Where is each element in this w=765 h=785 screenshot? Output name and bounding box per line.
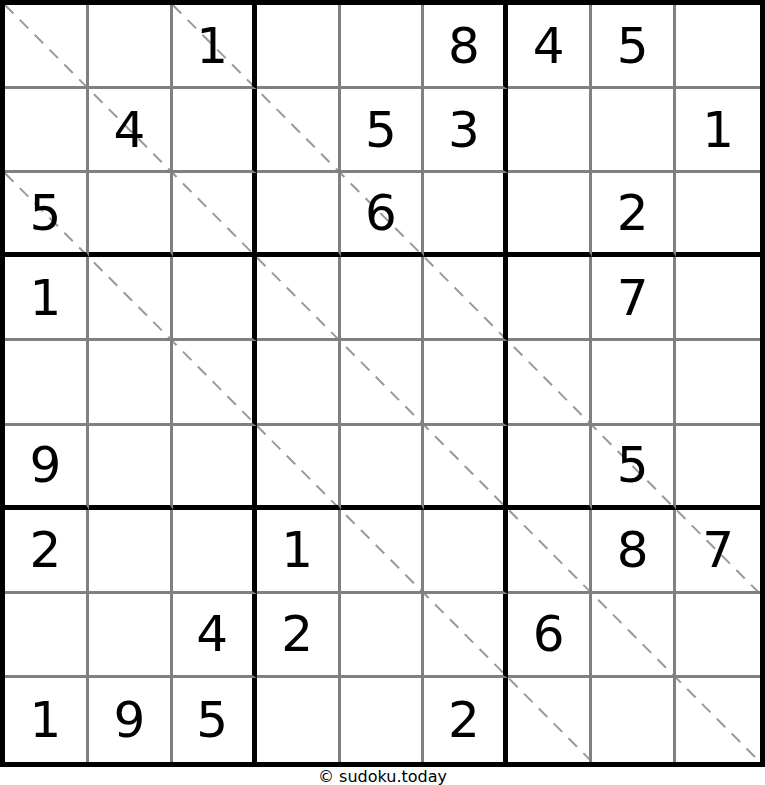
cell-r6c4[interactable] — [257, 426, 341, 510]
cell-r5c2[interactable] — [89, 341, 173, 425]
cell-r7c5[interactable] — [341, 510, 425, 594]
cell-r4c4[interactable] — [257, 257, 341, 341]
cell-r9c1[interactable]: 1 — [5, 678, 89, 762]
cell-r2c7[interactable] — [508, 89, 592, 173]
cell-r7c4[interactable]: 1 — [257, 510, 341, 594]
cell-r6c3[interactable] — [173, 426, 257, 510]
cell-r5c5[interactable] — [341, 341, 425, 425]
cell-r8c1[interactable] — [5, 594, 89, 678]
cell-r9c4[interactable] — [257, 678, 341, 762]
cell-r6c9[interactable] — [676, 426, 760, 510]
cell-r2c2[interactable]: 4 — [89, 89, 173, 173]
cell-r4c5[interactable] — [341, 257, 425, 341]
cell-r3c7[interactable] — [508, 173, 592, 257]
cell-r3c6[interactable] — [424, 173, 508, 257]
cell-r2c1[interactable] — [5, 89, 89, 173]
cell-r9c3[interactable]: 5 — [173, 678, 257, 762]
cell-r3c9[interactable] — [676, 173, 760, 257]
cell-r9c6[interactable]: 2 — [424, 678, 508, 762]
cell-r2c9[interactable]: 1 — [676, 89, 760, 173]
cell-r6c8[interactable]: 5 — [592, 426, 676, 510]
cell-r4c1[interactable]: 1 — [5, 257, 89, 341]
cell-r8c3[interactable]: 4 — [173, 594, 257, 678]
sudoku-grid: 18454531562179521874261952 — [5, 5, 760, 762]
cell-r5c4[interactable] — [257, 341, 341, 425]
cell-r5c7[interactable] — [508, 341, 592, 425]
cell-r4c8[interactable]: 7 — [592, 257, 676, 341]
cell-r9c5[interactable] — [341, 678, 425, 762]
cell-r2c5[interactable]: 5 — [341, 89, 425, 173]
cell-r9c8[interactable] — [592, 678, 676, 762]
cell-r4c9[interactable] — [676, 257, 760, 341]
cell-r3c5[interactable]: 6 — [341, 173, 425, 257]
cell-r7c1[interactable]: 2 — [5, 510, 89, 594]
cell-r1c6[interactable]: 8 — [424, 5, 508, 89]
cell-r3c1[interactable]: 5 — [5, 173, 89, 257]
cell-r7c6[interactable] — [424, 510, 508, 594]
cell-r4c2[interactable] — [89, 257, 173, 341]
cell-r8c9[interactable] — [676, 594, 760, 678]
cell-r6c6[interactable] — [424, 426, 508, 510]
cell-r1c3[interactable]: 1 — [173, 5, 257, 89]
cell-r3c4[interactable] — [257, 173, 341, 257]
cell-r3c3[interactable] — [173, 173, 257, 257]
cell-r3c8[interactable]: 2 — [592, 173, 676, 257]
cell-r2c6[interactable]: 3 — [424, 89, 508, 173]
cell-r1c1[interactable] — [5, 5, 89, 89]
cell-r7c3[interactable] — [173, 510, 257, 594]
cell-r7c7[interactable] — [508, 510, 592, 594]
cell-r6c7[interactable] — [508, 426, 592, 510]
cell-r9c2[interactable]: 9 — [89, 678, 173, 762]
cell-r8c7[interactable]: 6 — [508, 594, 592, 678]
cell-r5c1[interactable] — [5, 341, 89, 425]
cell-r7c2[interactable] — [89, 510, 173, 594]
cell-r7c9[interactable]: 7 — [676, 510, 760, 594]
cell-r6c1[interactable]: 9 — [5, 426, 89, 510]
sudoku-board: 18454531562179521874261952 — [0, 0, 765, 767]
cell-r1c9[interactable] — [676, 5, 760, 89]
cell-r1c2[interactable] — [89, 5, 173, 89]
cell-r1c5[interactable] — [341, 5, 425, 89]
cell-r8c2[interactable] — [89, 594, 173, 678]
cell-r1c4[interactable] — [257, 5, 341, 89]
cell-r4c7[interactable] — [508, 257, 592, 341]
cell-r3c2[interactable] — [89, 173, 173, 257]
cell-r8c6[interactable] — [424, 594, 508, 678]
cell-r1c8[interactable]: 5 — [592, 5, 676, 89]
cell-r5c9[interactable] — [676, 341, 760, 425]
cell-r8c5[interactable] — [341, 594, 425, 678]
cell-r5c6[interactable] — [424, 341, 508, 425]
cell-r6c5[interactable] — [341, 426, 425, 510]
cell-r6c2[interactable] — [89, 426, 173, 510]
cell-r1c7[interactable]: 4 — [508, 5, 592, 89]
cell-r8c4[interactable]: 2 — [257, 594, 341, 678]
cell-r9c9[interactable] — [676, 678, 760, 762]
cell-r5c3[interactable] — [173, 341, 257, 425]
cell-r2c3[interactable] — [173, 89, 257, 173]
cell-r4c3[interactable] — [173, 257, 257, 341]
cell-r2c8[interactable] — [592, 89, 676, 173]
footer-credit: © sudoku.today — [0, 767, 765, 785]
cell-r2c4[interactable] — [257, 89, 341, 173]
cell-r5c8[interactable] — [592, 341, 676, 425]
cell-r7c8[interactable]: 8 — [592, 510, 676, 594]
cell-r4c6[interactable] — [424, 257, 508, 341]
cell-r9c7[interactable] — [508, 678, 592, 762]
cell-r8c8[interactable] — [592, 594, 676, 678]
